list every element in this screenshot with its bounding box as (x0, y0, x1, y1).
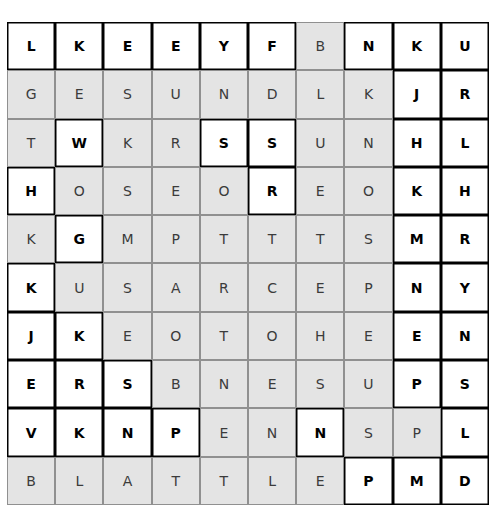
grid-cell-filler-letter[interactable]: S (200, 119, 248, 167)
grid-cell-found-letter[interactable]: T (7, 119, 55, 167)
grid-cell-found-letter[interactable]: N (248, 408, 296, 456)
grid-cell-filler-letter[interactable]: N (296, 408, 344, 456)
grid-cell-found-letter[interactable]: L (296, 70, 344, 118)
grid-cell-filler-letter[interactable]: E (103, 22, 151, 70)
grid-cell-filler-letter[interactable]: H (393, 119, 441, 167)
grid-cell-filler-letter[interactable]: K (393, 167, 441, 215)
grid-cell-filler-letter[interactable]: P (344, 457, 392, 505)
grid-cell-found-letter[interactable]: E (296, 167, 344, 215)
grid-cell-filler-letter[interactable]: S (248, 119, 296, 167)
grid-cell-found-letter[interactable]: B (152, 360, 200, 408)
grid-cell-found-letter[interactable]: E (296, 457, 344, 505)
grid-cell-found-letter[interactable]: T (152, 457, 200, 505)
grid-cell-filler-letter[interactable]: R (441, 70, 489, 118)
grid-cell-filler-letter[interactable]: K (55, 408, 103, 456)
grid-cell-found-letter[interactable]: S (344, 408, 392, 456)
grid-cell-filler-letter[interactable]: K (55, 22, 103, 70)
grid-cell-filler-letter[interactable]: L (441, 119, 489, 167)
grid-cell-found-letter[interactable]: T (296, 215, 344, 263)
grid-cell-found-letter[interactable]: U (55, 263, 103, 311)
grid-cell-filler-letter[interactable]: R (441, 215, 489, 263)
grid-cell-found-letter[interactable]: B (7, 457, 55, 505)
grid-cell-filler-letter[interactable]: D (441, 457, 489, 505)
grid-cell-found-letter[interactable]: S (103, 263, 151, 311)
grid-cell-found-letter[interactable]: K (344, 70, 392, 118)
grid-cell-filler-letter[interactable]: R (248, 167, 296, 215)
grid-cell-filler-letter[interactable]: L (7, 22, 55, 70)
grid-cell-found-letter[interactable]: A (152, 263, 200, 311)
grid-cell-found-letter[interactable]: A (103, 457, 151, 505)
grid-cell-found-letter[interactable]: L (55, 457, 103, 505)
grid-cell-filler-letter[interactable]: L (441, 408, 489, 456)
grid-cell-found-letter[interactable]: R (152, 119, 200, 167)
grid-cell-filler-letter[interactable]: N (103, 408, 151, 456)
grid-cell-found-letter[interactable]: U (152, 70, 200, 118)
grid-cell-found-letter[interactable]: T (248, 215, 296, 263)
word-search-board: LKEEYFBNKUGESUNDLKJRTWKRSSUNHLHOSEOREOKH… (7, 22, 489, 505)
grid-cell-found-letter[interactable]: S (103, 167, 151, 215)
grid-cell-found-letter[interactable]: D (248, 70, 296, 118)
grid-cell-filler-letter[interactable]: J (7, 312, 55, 360)
grid-cell-filler-letter[interactable]: E (152, 22, 200, 70)
grid-cell-filler-letter[interactable]: R (55, 360, 103, 408)
grid-cell-filler-letter[interactable]: P (152, 408, 200, 456)
grid-cell-found-letter[interactable]: P (152, 215, 200, 263)
grid-cell-filler-letter[interactable]: J (393, 70, 441, 118)
grid-cell-filler-letter[interactable]: Y (200, 22, 248, 70)
grid-cell-found-letter[interactable]: E (55, 70, 103, 118)
grid-cell-filler-letter[interactable]: E (393, 312, 441, 360)
grid-cell-found-letter[interactable]: P (393, 408, 441, 456)
grid-cell-filler-letter[interactable]: U (441, 22, 489, 70)
grid-cell-filler-letter[interactable]: E (7, 360, 55, 408)
grid-cell-filler-letter[interactable]: G (55, 215, 103, 263)
grid-cell-filler-letter[interactable]: V (7, 408, 55, 456)
grid-cell-found-letter[interactable]: O (200, 167, 248, 215)
grid-cell-filler-letter[interactable]: K (55, 312, 103, 360)
grid-cell-filler-letter[interactable]: Y (441, 263, 489, 311)
grid-cell-found-letter[interactable]: K (103, 119, 151, 167)
grid-cell-found-letter[interactable]: S (296, 360, 344, 408)
grid-cell-filler-letter[interactable]: P (393, 360, 441, 408)
grid-cell-found-letter[interactable]: C (248, 263, 296, 311)
grid-cell-filler-letter[interactable]: M (393, 215, 441, 263)
grid-cell-found-letter[interactable]: T (200, 215, 248, 263)
grid-cell-filler-letter[interactable]: N (344, 22, 392, 70)
grid-cell-found-letter[interactable]: T (200, 457, 248, 505)
grid-cell-found-letter[interactable]: N (344, 119, 392, 167)
grid-cell-filler-letter[interactable]: W (55, 119, 103, 167)
grid-cell-found-letter[interactable]: U (296, 119, 344, 167)
grid-cell-filler-letter[interactable]: S (441, 360, 489, 408)
grid-cell-filler-letter[interactable]: H (441, 167, 489, 215)
grid-cell-found-letter[interactable]: R (200, 263, 248, 311)
grid-cell-filler-letter[interactable]: S (103, 360, 151, 408)
grid-cell-filler-letter[interactable]: H (7, 167, 55, 215)
grid-cell-found-letter[interactable]: S (103, 70, 151, 118)
grid-cell-found-letter[interactable]: E (103, 312, 151, 360)
grid-cell-found-letter[interactable]: O (248, 312, 296, 360)
grid-cell-found-letter[interactable]: U (344, 360, 392, 408)
grid-cell-filler-letter[interactable]: F (248, 22, 296, 70)
grid-cell-found-letter[interactable]: M (103, 215, 151, 263)
grid-cell-found-letter[interactable]: E (344, 312, 392, 360)
grid-cell-found-letter[interactable]: O (55, 167, 103, 215)
grid-cell-found-letter[interactable]: N (200, 360, 248, 408)
grid-cell-found-letter[interactable]: E (200, 408, 248, 456)
grid-cell-filler-letter[interactable]: K (7, 263, 55, 311)
grid-cell-found-letter[interactable]: T (200, 312, 248, 360)
grid-cell-found-letter[interactable]: H (296, 312, 344, 360)
grid-cell-found-letter[interactable]: S (344, 215, 392, 263)
grid-cell-filler-letter[interactable]: K (393, 22, 441, 70)
grid-cell-found-letter[interactable]: B (296, 22, 344, 70)
grid-cell-found-letter[interactable]: N (200, 70, 248, 118)
grid-cell-found-letter[interactable]: O (152, 312, 200, 360)
grid-cell-found-letter[interactable]: K (7, 215, 55, 263)
grid-cell-filler-letter[interactable]: N (441, 312, 489, 360)
grid-cell-found-letter[interactable]: G (7, 70, 55, 118)
grid-cell-found-letter[interactable]: E (152, 167, 200, 215)
grid-cell-found-letter[interactable]: L (248, 457, 296, 505)
grid-cell-found-letter[interactable]: E (248, 360, 296, 408)
grid-cell-found-letter[interactable]: O (344, 167, 392, 215)
grid-cell-filler-letter[interactable]: M (393, 457, 441, 505)
grid-cell-found-letter[interactable]: E (296, 263, 344, 311)
grid-cell-found-letter[interactable]: P (344, 263, 392, 311)
grid-cell-filler-letter[interactable]: N (393, 263, 441, 311)
